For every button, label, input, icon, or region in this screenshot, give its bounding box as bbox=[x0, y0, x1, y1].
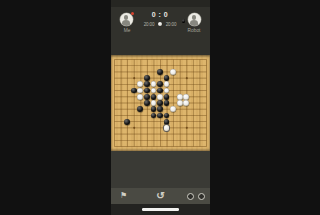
right-player-avatar[interactable] bbox=[188, 13, 201, 26]
black-stone bbox=[157, 106, 163, 112]
star-point bbox=[133, 77, 135, 79]
person-icon bbox=[122, 20, 131, 26]
black-stone bbox=[164, 119, 170, 125]
black-stone bbox=[144, 75, 150, 81]
game-header: Me Robot 0 : 0 20:00 20:00 bbox=[111, 0, 210, 55]
black-stone bbox=[144, 81, 150, 87]
gomoku-board[interactable] bbox=[111, 55, 210, 151]
white-stone bbox=[151, 100, 157, 106]
home-indicator[interactable] bbox=[142, 208, 179, 211]
timer-row: 20:00 20:00 bbox=[135, 20, 186, 28]
right-timer: 20:00 bbox=[166, 22, 177, 27]
star-point bbox=[185, 127, 187, 129]
flag-icon[interactable]: ⚑ bbox=[117, 188, 131, 204]
person-icon bbox=[124, 15, 128, 19]
black-stone bbox=[157, 69, 163, 75]
app-screen: Me Robot 0 : 0 20:00 20:00 ⚑ ↺ bbox=[111, 0, 210, 215]
white-stone bbox=[177, 100, 183, 106]
white-stone bbox=[137, 94, 143, 100]
left-timer: 20:00 bbox=[144, 22, 155, 27]
white-stone bbox=[177, 94, 183, 100]
black-stone bbox=[144, 88, 150, 94]
turn-indicator-stone-icon bbox=[158, 22, 162, 26]
black-stone bbox=[157, 100, 163, 106]
left-player-avatar[interactable] bbox=[120, 13, 133, 26]
score-display: 0 : 0 bbox=[135, 11, 186, 18]
person-icon bbox=[190, 20, 199, 26]
right-player-name: Robot bbox=[182, 28, 206, 33]
black-stone bbox=[157, 113, 163, 119]
white-stone bbox=[157, 94, 163, 100]
bottom-toolbar: ⚑ ↺ bbox=[111, 188, 210, 204]
lower-panel bbox=[111, 151, 210, 188]
white-stone bbox=[183, 94, 189, 100]
ring-icon-a[interactable] bbox=[187, 193, 194, 200]
ring-icon-b[interactable] bbox=[198, 193, 205, 200]
black-stone bbox=[144, 100, 150, 106]
white-stone bbox=[170, 69, 176, 75]
star-point bbox=[185, 77, 187, 79]
star-point bbox=[133, 127, 135, 129]
undo-icon[interactable]: ↺ bbox=[153, 188, 169, 204]
black-stone bbox=[151, 94, 157, 100]
black-stone bbox=[124, 119, 130, 125]
black-stone bbox=[131, 88, 137, 94]
red-badge-icon bbox=[131, 12, 134, 15]
black-stone bbox=[144, 94, 150, 100]
black-stone bbox=[164, 94, 170, 100]
white-stone bbox=[164, 125, 170, 131]
person-icon bbox=[192, 15, 196, 19]
status-bar bbox=[111, 0, 210, 7]
left-player-name: Me bbox=[115, 28, 139, 33]
